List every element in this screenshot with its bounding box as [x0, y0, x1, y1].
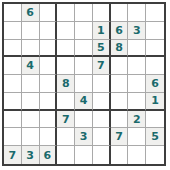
cell-r4c8[interactable]: [128, 57, 146, 75]
cell-r2c7: 6: [111, 22, 129, 40]
sudoku-page: 61635847864172375736: [0, 0, 170, 170]
cell-r2c9[interactable]: [146, 22, 164, 40]
cell-r6c2[interactable]: [22, 93, 40, 111]
cell-r4c2: 4: [22, 57, 40, 75]
cell-r2c8: 3: [128, 22, 146, 40]
cell-r5c5[interactable]: [75, 75, 93, 93]
cell-r3c2[interactable]: [22, 40, 40, 58]
cell-r2c3[interactable]: [40, 22, 58, 40]
cell-r3c9[interactable]: [146, 40, 164, 58]
cell-r1c3[interactable]: [40, 4, 58, 22]
cell-r9c2: 3: [22, 146, 40, 164]
cell-r4c7[interactable]: [111, 57, 129, 75]
cell-r9c4[interactable]: [57, 146, 75, 164]
cell-r9c8[interactable]: [128, 146, 146, 164]
cell-r9c6[interactable]: [93, 146, 111, 164]
cell-r8c3[interactable]: [40, 128, 58, 146]
cell-r7c7[interactable]: [111, 111, 129, 129]
cell-r6c7[interactable]: [111, 93, 129, 111]
cell-r3c3[interactable]: [40, 40, 58, 58]
cell-r5c4: 8: [57, 75, 75, 93]
cell-r9c5[interactable]: [75, 146, 93, 164]
cell-r3c6: 5: [93, 40, 111, 58]
cell-r7c3[interactable]: [40, 111, 58, 129]
cell-r8c8[interactable]: [128, 128, 146, 146]
cell-r7c9[interactable]: [146, 111, 164, 129]
cell-r7c5[interactable]: [75, 111, 93, 129]
cell-r4c3[interactable]: [40, 57, 58, 75]
cell-r6c9: 1: [146, 93, 164, 111]
cell-r4c9[interactable]: [146, 57, 164, 75]
cell-r1c8[interactable]: [128, 4, 146, 22]
cell-r8c9: 5: [146, 128, 164, 146]
cell-r5c3[interactable]: [40, 75, 58, 93]
cell-r9c7[interactable]: [111, 146, 129, 164]
cell-r3c7: 8: [111, 40, 129, 58]
cell-r1c6[interactable]: [93, 4, 111, 22]
cell-r1c1[interactable]: [4, 4, 22, 22]
cell-r4c1[interactable]: [4, 57, 22, 75]
cell-r9c3: 6: [40, 146, 58, 164]
cell-r1c5[interactable]: [75, 4, 93, 22]
cell-r1c7[interactable]: [111, 4, 129, 22]
cell-r2c5[interactable]: [75, 22, 93, 40]
cell-r4c6: 7: [93, 57, 111, 75]
cell-r6c8[interactable]: [128, 93, 146, 111]
cell-r8c1[interactable]: [4, 128, 22, 146]
cell-r8c5: 3: [75, 128, 93, 146]
cell-r1c9[interactable]: [146, 4, 164, 22]
cell-r7c2[interactable]: [22, 111, 40, 129]
cell-r7c6[interactable]: [93, 111, 111, 129]
cell-r2c6: 1: [93, 22, 111, 40]
cell-r5c2[interactable]: [22, 75, 40, 93]
cell-r3c4[interactable]: [57, 40, 75, 58]
cell-r6c5: 4: [75, 93, 93, 111]
cell-r5c1[interactable]: [4, 75, 22, 93]
cell-r1c4[interactable]: [57, 4, 75, 22]
cell-r8c6[interactable]: [93, 128, 111, 146]
cell-r4c5[interactable]: [75, 57, 93, 75]
cell-r2c1[interactable]: [4, 22, 22, 40]
cell-r2c4[interactable]: [57, 22, 75, 40]
cell-r5c8[interactable]: [128, 75, 146, 93]
cell-r9c1: 7: [4, 146, 22, 164]
cell-r1c2: 6: [22, 4, 40, 22]
cell-r7c4: 7: [57, 111, 75, 129]
cell-r5c9: 6: [146, 75, 164, 93]
cell-r4c4[interactable]: [57, 57, 75, 75]
cell-r6c1[interactable]: [4, 93, 22, 111]
cell-r8c7: 7: [111, 128, 129, 146]
cell-r8c2[interactable]: [22, 128, 40, 146]
cell-r5c6[interactable]: [93, 75, 111, 93]
cell-r6c6[interactable]: [93, 93, 111, 111]
cell-r3c8[interactable]: [128, 40, 146, 58]
cell-r3c1[interactable]: [4, 40, 22, 58]
cell-r8c4[interactable]: [57, 128, 75, 146]
cell-r3c5[interactable]: [75, 40, 93, 58]
sudoku-board: 61635847864172375736: [2, 2, 166, 166]
cell-r2c2[interactable]: [22, 22, 40, 40]
cell-r6c3[interactable]: [40, 93, 58, 111]
cell-r7c1[interactable]: [4, 111, 22, 129]
cell-r5c7[interactable]: [111, 75, 129, 93]
cell-r6c4[interactable]: [57, 93, 75, 111]
cell-r7c8: 2: [128, 111, 146, 129]
cell-r9c9[interactable]: [146, 146, 164, 164]
